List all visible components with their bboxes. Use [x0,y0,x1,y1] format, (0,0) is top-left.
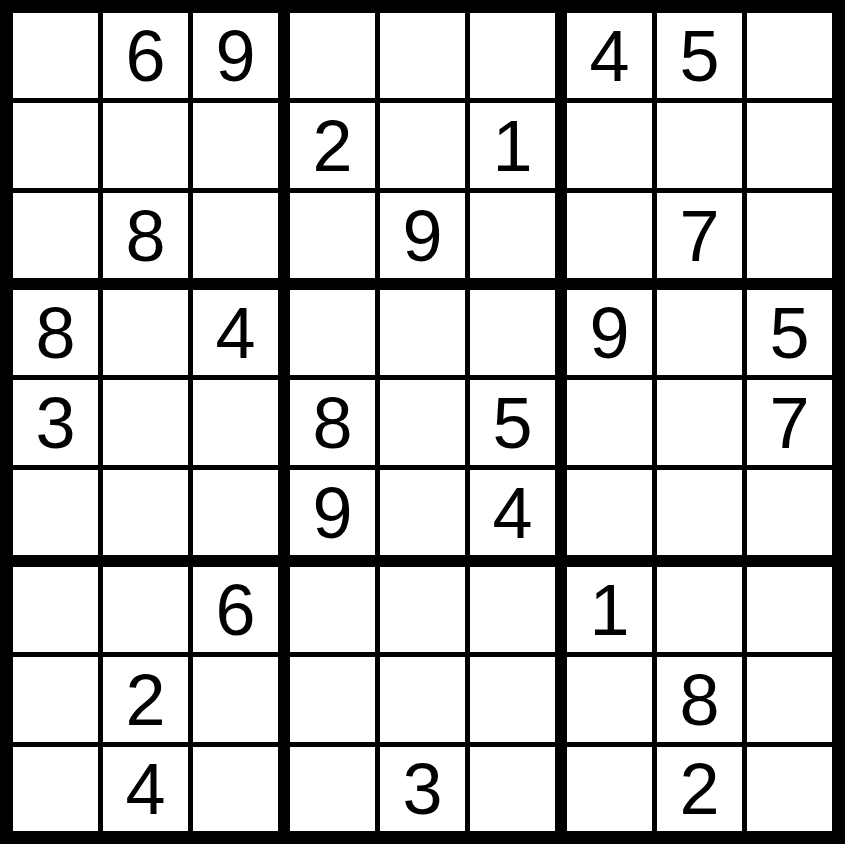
cell-r8c3[interactable] [193,657,278,742]
cell-r3c8: 7 [657,193,742,278]
cell-r7c9[interactable] [747,567,832,652]
cell-r5c8[interactable] [657,380,742,465]
cell-r9c3[interactable] [193,747,278,831]
cell-r9c8: 2 [657,747,742,831]
cell-r7c5[interactable] [380,567,465,652]
cell-r7c8[interactable] [657,567,742,652]
cell-r5c4: 8 [290,380,375,465]
cell-r8c8: 8 [657,657,742,742]
cell-r9c1[interactable] [13,747,98,831]
cell-r4c4[interactable] [290,290,375,375]
cell-r9c9[interactable] [747,747,832,831]
cell-r8c9[interactable] [747,657,832,742]
cell-r6c2[interactable] [103,470,188,555]
cell-r5c6: 5 [470,380,555,465]
cell-r4c8[interactable] [657,290,742,375]
cell-r7c1[interactable] [13,567,98,652]
cell-r9c2: 4 [103,747,188,831]
cell-r1c1[interactable] [13,13,98,98]
cell-r6c7[interactable] [567,470,652,555]
cell-r3c2: 8 [103,193,188,278]
cell-r2c6: 1 [470,103,555,188]
cell-r5c3[interactable] [193,380,278,465]
cell-r6c3[interactable] [193,470,278,555]
cell-r2c5[interactable] [380,103,465,188]
cell-r7c3: 6 [193,567,278,652]
cell-r6c4: 9 [290,470,375,555]
cell-r5c5[interactable] [380,380,465,465]
cell-r4c6[interactable] [470,290,555,375]
cell-r2c8[interactable] [657,103,742,188]
cell-r5c7[interactable] [567,380,652,465]
cell-r8c2: 2 [103,657,188,742]
cell-r9c6[interactable] [470,747,555,831]
cell-r7c7: 1 [567,567,652,652]
cell-r2c9[interactable] [747,103,832,188]
cell-r3c6[interactable] [470,193,555,278]
cell-r8c4[interactable] [290,657,375,742]
cell-r5c2[interactable] [103,380,188,465]
cell-r9c7[interactable] [567,747,652,831]
cell-r1c6[interactable] [470,13,555,98]
cell-r1c5[interactable] [380,13,465,98]
cell-r6c5[interactable] [380,470,465,555]
cell-r6c1[interactable] [13,470,98,555]
cell-r2c3[interactable] [193,103,278,188]
cell-r3c5: 9 [380,193,465,278]
cell-r1c9[interactable] [747,13,832,98]
cell-r7c4[interactable] [290,567,375,652]
cell-r8c6[interactable] [470,657,555,742]
cell-r3c7[interactable] [567,193,652,278]
cell-r9c4[interactable] [290,747,375,831]
cell-r2c4: 2 [290,103,375,188]
cell-r5c9: 7 [747,380,832,465]
cell-r1c4[interactable] [290,13,375,98]
cell-r4c2[interactable] [103,290,188,375]
cell-r6c6: 4 [470,470,555,555]
cell-r3c3[interactable] [193,193,278,278]
cell-r1c7: 4 [567,13,652,98]
cell-r8c1[interactable] [13,657,98,742]
cell-r2c2[interactable] [103,103,188,188]
cell-r1c2: 6 [103,13,188,98]
cell-r3c4[interactable] [290,193,375,278]
cell-r7c2[interactable] [103,567,188,652]
cell-r1c8: 5 [657,13,742,98]
cell-r5c1: 3 [13,380,98,465]
cell-r2c1[interactable] [13,103,98,188]
cell-r3c9[interactable] [747,193,832,278]
cell-r3c1[interactable] [13,193,98,278]
cell-r4c7: 9 [567,290,652,375]
cell-r4c9: 5 [747,290,832,375]
cell-r2c7[interactable] [567,103,652,188]
cell-r4c3: 4 [193,290,278,375]
cell-r4c5[interactable] [380,290,465,375]
cell-r6c8[interactable] [657,470,742,555]
cell-r9c5: 3 [380,747,465,831]
sudoku-board: 69452189784953857946128432 [0,0,845,844]
cell-r8c5[interactable] [380,657,465,742]
cell-r8c7[interactable] [567,657,652,742]
cell-r1c3: 9 [193,13,278,98]
cell-r6c9[interactable] [747,470,832,555]
cell-r7c6[interactable] [470,567,555,652]
cell-r4c1: 8 [13,290,98,375]
